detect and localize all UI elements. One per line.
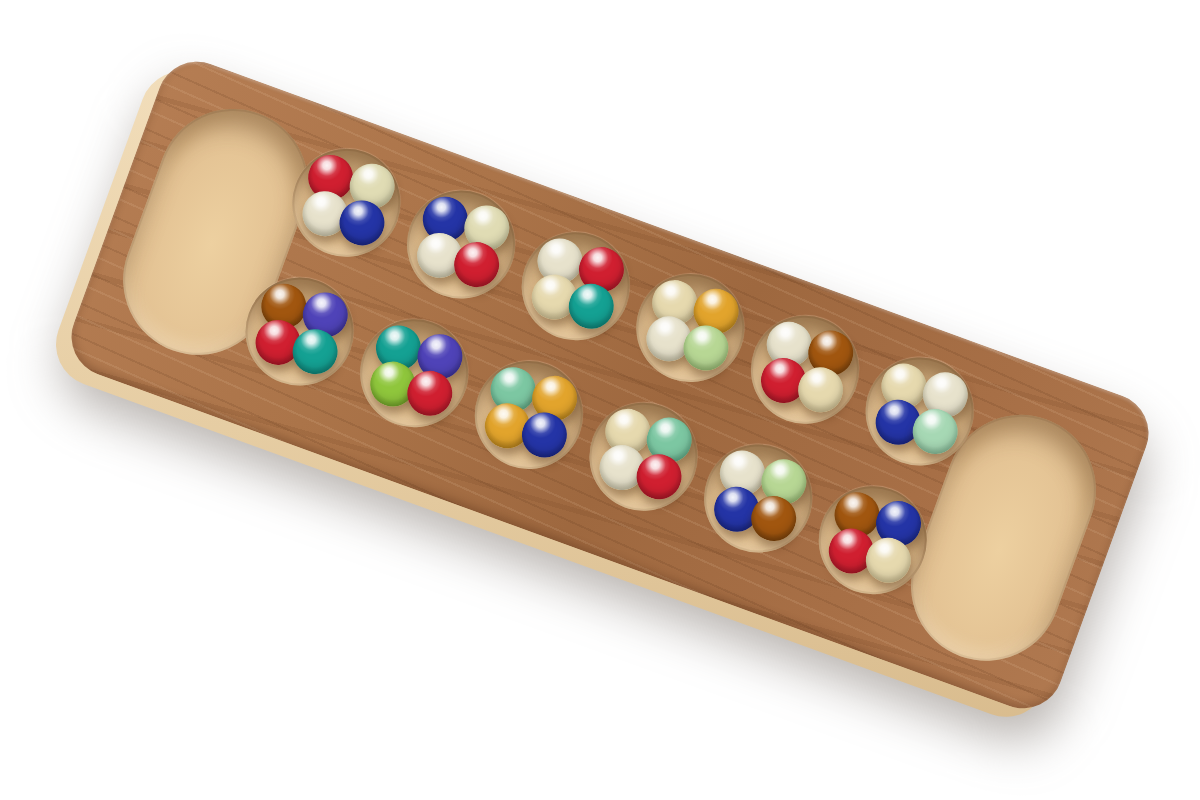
scene-background: [0, 0, 1200, 800]
mancala-board: [60, 50, 1160, 719]
